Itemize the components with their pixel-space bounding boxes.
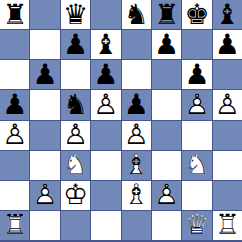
white-pawn-icon: ♟♙ (153, 181, 181, 209)
square-d3[interactable] (91, 151, 120, 180)
square-h1[interactable]: ♜♖ (213, 211, 242, 240)
square-g3[interactable]: ♞♘ (182, 151, 211, 180)
square-h6[interactable] (213, 60, 242, 89)
square-h7[interactable]: ♟ (213, 30, 242, 59)
black-rook-icon: ♜ (1, 1, 29, 29)
white-knight-icon: ♞♘ (183, 151, 211, 179)
white-queen-icon: ♛♕ (183, 211, 211, 239)
square-d4[interactable] (91, 121, 120, 150)
black-pawn-icon: ♟ (92, 61, 120, 89)
square-g2[interactable] (182, 181, 211, 210)
square-b2[interactable]: ♟♙ (30, 181, 59, 210)
square-d6[interactable]: ♟ (91, 60, 120, 89)
black-knight-icon: ♞ (122, 1, 150, 29)
square-f8[interactable]: ♜ (152, 0, 181, 29)
white-pawn-icon: ♟♙ (183, 91, 211, 119)
square-b5[interactable] (30, 90, 59, 119)
square-e3[interactable]: ♝♗ (122, 151, 151, 180)
square-c6[interactable] (61, 60, 90, 89)
chess-board: ♜♛♞♜♚♝♟♝♟♟♟♟♟♟♞♟♙♟♟♙♟♙♟♙♟♙♟♙♞♘♝♗♞♘♟♙♚♔♝♗… (0, 0, 242, 242)
square-b8[interactable] (30, 0, 59, 29)
black-pawn-icon: ♟ (213, 31, 241, 59)
square-f7[interactable]: ♟ (152, 30, 181, 59)
square-f2[interactable]: ♟♙ (152, 181, 181, 210)
square-b1[interactable] (30, 211, 59, 240)
square-a4[interactable]: ♟♙ (0, 121, 29, 150)
square-c3[interactable]: ♞♘ (61, 151, 90, 180)
square-c8[interactable]: ♛ (61, 0, 90, 29)
white-pawn-icon: ♟♙ (61, 121, 89, 149)
square-g4[interactable] (182, 121, 211, 150)
black-pawn-icon: ♟ (153, 31, 181, 59)
white-king-icon: ♚♔ (61, 181, 89, 209)
square-c2[interactable]: ♚♔ (61, 181, 90, 210)
square-g8[interactable]: ♚ (182, 0, 211, 29)
square-b3[interactable] (30, 151, 59, 180)
square-a7[interactable] (0, 30, 29, 59)
square-d2[interactable] (91, 181, 120, 210)
square-b7[interactable] (30, 30, 59, 59)
square-h5[interactable]: ♟♙ (213, 90, 242, 119)
square-e7[interactable] (122, 30, 151, 59)
white-pawn-icon: ♟♙ (122, 121, 150, 149)
white-knight-icon: ♞♘ (61, 151, 89, 179)
square-e6[interactable] (122, 60, 151, 89)
black-knight-icon: ♞ (61, 91, 89, 119)
black-king-icon: ♚ (183, 1, 211, 29)
square-f3[interactable] (152, 151, 181, 180)
square-g1[interactable]: ♛♕ (182, 211, 211, 240)
white-rook-icon: ♜♖ (1, 211, 29, 239)
white-pawn-icon: ♟♙ (31, 181, 59, 209)
square-f4[interactable] (152, 121, 181, 150)
square-f5[interactable] (152, 90, 181, 119)
square-a3[interactable] (0, 151, 29, 180)
square-g7[interactable] (182, 30, 211, 59)
square-e5[interactable]: ♟ (122, 90, 151, 119)
white-bishop-icon: ♝♗ (122, 151, 150, 179)
black-rook-icon: ♜ (153, 1, 181, 29)
square-d8[interactable] (91, 0, 120, 29)
black-pawn-icon: ♟ (61, 31, 89, 59)
square-a6[interactable] (0, 60, 29, 89)
square-h3[interactable] (213, 151, 242, 180)
square-h4[interactable] (213, 121, 242, 150)
square-a2[interactable] (0, 181, 29, 210)
square-c5[interactable]: ♞ (61, 90, 90, 119)
white-bishop-icon: ♝♗ (122, 181, 150, 209)
square-c1[interactable] (61, 211, 90, 240)
white-pawn-icon: ♟♙ (92, 91, 120, 119)
square-h2[interactable] (213, 181, 242, 210)
white-pawn-icon: ♟♙ (1, 121, 29, 149)
black-bishop-icon: ♝ (213, 1, 241, 29)
square-d5[interactable]: ♟♙ (91, 90, 120, 119)
black-bishop-icon: ♝ (92, 31, 120, 59)
white-rook-icon: ♜♖ (213, 211, 241, 239)
square-d7[interactable]: ♝ (91, 30, 120, 59)
black-pawn-icon: ♟ (183, 61, 211, 89)
square-e8[interactable]: ♞ (122, 0, 151, 29)
white-pawn-icon: ♟♙ (213, 91, 241, 119)
square-b4[interactable] (30, 121, 59, 150)
square-g5[interactable]: ♟♙ (182, 90, 211, 119)
square-e4[interactable]: ♟♙ (122, 121, 151, 150)
square-a5[interactable]: ♟ (0, 90, 29, 119)
square-g6[interactable]: ♟ (182, 60, 211, 89)
square-c7[interactable]: ♟ (61, 30, 90, 59)
black-pawn-icon: ♟ (1, 91, 29, 119)
square-e1[interactable] (122, 211, 151, 240)
square-e2[interactable]: ♝♗ (122, 181, 151, 210)
square-h8[interactable]: ♝ (213, 0, 242, 29)
black-pawn-icon: ♟ (122, 91, 150, 119)
black-queen-icon: ♛ (61, 1, 89, 29)
square-f6[interactable] (152, 60, 181, 89)
square-d1[interactable] (91, 211, 120, 240)
square-a1[interactable]: ♜♖ (0, 211, 29, 240)
black-pawn-icon: ♟ (31, 61, 59, 89)
square-f1[interactable] (152, 211, 181, 240)
square-b6[interactable]: ♟ (30, 60, 59, 89)
square-c4[interactable]: ♟♙ (61, 121, 90, 150)
square-a8[interactable]: ♜ (0, 0, 29, 29)
